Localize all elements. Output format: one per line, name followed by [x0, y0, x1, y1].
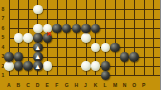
- stone-F6[interactable]: [52, 24, 62, 34]
- grid-line-horizontal: [9, 19, 161, 20]
- column-label-C: C: [26, 83, 30, 88]
- row-label-7: 7: [2, 16, 5, 21]
- triangle-mark-icon: ▲: [34, 53, 41, 60]
- grid-line-horizontal: [9, 47, 161, 48]
- stone-G6[interactable]: [62, 24, 72, 34]
- go-app-window: ABCDEFGHJKLMNOP87654321✕▲▲▲: [0, 0, 160, 90]
- stone-L1[interactable]: [101, 71, 111, 81]
- go-board[interactable]: ABCDEFGHJKLMNOP87654321✕▲▲▲: [0, 0, 160, 90]
- triangle-mark-icon: ▲: [34, 63, 41, 70]
- stone-A2[interactable]: [4, 61, 14, 71]
- stone-J6[interactable]: [81, 24, 91, 34]
- stone-D2[interactable]: ▲: [33, 61, 43, 71]
- column-label-E: E: [46, 83, 49, 88]
- stone-L2[interactable]: [101, 61, 111, 71]
- stone-D6[interactable]: [33, 24, 43, 34]
- stone-K6[interactable]: [91, 24, 101, 34]
- row-label-8: 8: [2, 7, 5, 12]
- stone-E6[interactable]: [43, 24, 53, 34]
- stone-D4[interactable]: ▲: [33, 43, 43, 53]
- stone-B3[interactable]: [14, 52, 24, 62]
- stone-L4[interactable]: [101, 43, 111, 53]
- column-label-G: G: [65, 83, 69, 88]
- grid-line-horizontal: [9, 75, 161, 76]
- stone-M4[interactable]: [110, 43, 120, 53]
- column-label-A: A: [7, 83, 11, 88]
- row-label-5: 5: [2, 35, 5, 40]
- row-label-6: 6: [2, 26, 5, 31]
- column-label-F: F: [55, 83, 58, 88]
- stone-O3[interactable]: [129, 52, 139, 62]
- stone-A3[interactable]: [4, 52, 14, 62]
- stone-D3[interactable]: ▲: [33, 52, 43, 62]
- column-label-J: J: [84, 83, 87, 88]
- triangle-mark-icon: ▲: [34, 44, 41, 51]
- stone-B2[interactable]: [14, 61, 24, 71]
- stone-B5[interactable]: [14, 33, 24, 43]
- column-label-M: M: [113, 83, 117, 88]
- stone-H6[interactable]: [72, 24, 82, 34]
- stone-D5[interactable]: [33, 33, 43, 43]
- stone-N3[interactable]: [120, 52, 130, 62]
- column-label-D: D: [36, 83, 40, 88]
- stone-C2[interactable]: [23, 61, 33, 71]
- grid-line-horizontal: [9, 9, 161, 10]
- stone-C5[interactable]: [23, 33, 33, 43]
- stone-K4[interactable]: [91, 43, 101, 53]
- stone-K2[interactable]: [91, 61, 101, 71]
- stone-J2[interactable]: [81, 61, 91, 71]
- column-label-H: H: [74, 83, 78, 88]
- row-label-4: 4: [2, 45, 5, 50]
- column-label-B: B: [17, 83, 21, 88]
- column-label-K: K: [94, 83, 98, 88]
- row-label-1: 1: [2, 73, 5, 78]
- column-label-P: P: [142, 83, 145, 88]
- stone-J5[interactable]: [81, 33, 91, 43]
- column-label-L: L: [103, 83, 106, 88]
- stone-E5[interactable]: ✕: [43, 33, 53, 43]
- stone-D8[interactable]: [33, 5, 43, 15]
- stone-E2[interactable]: [43, 61, 53, 71]
- column-label-N: N: [123, 83, 127, 88]
- column-label-O: O: [132, 83, 136, 88]
